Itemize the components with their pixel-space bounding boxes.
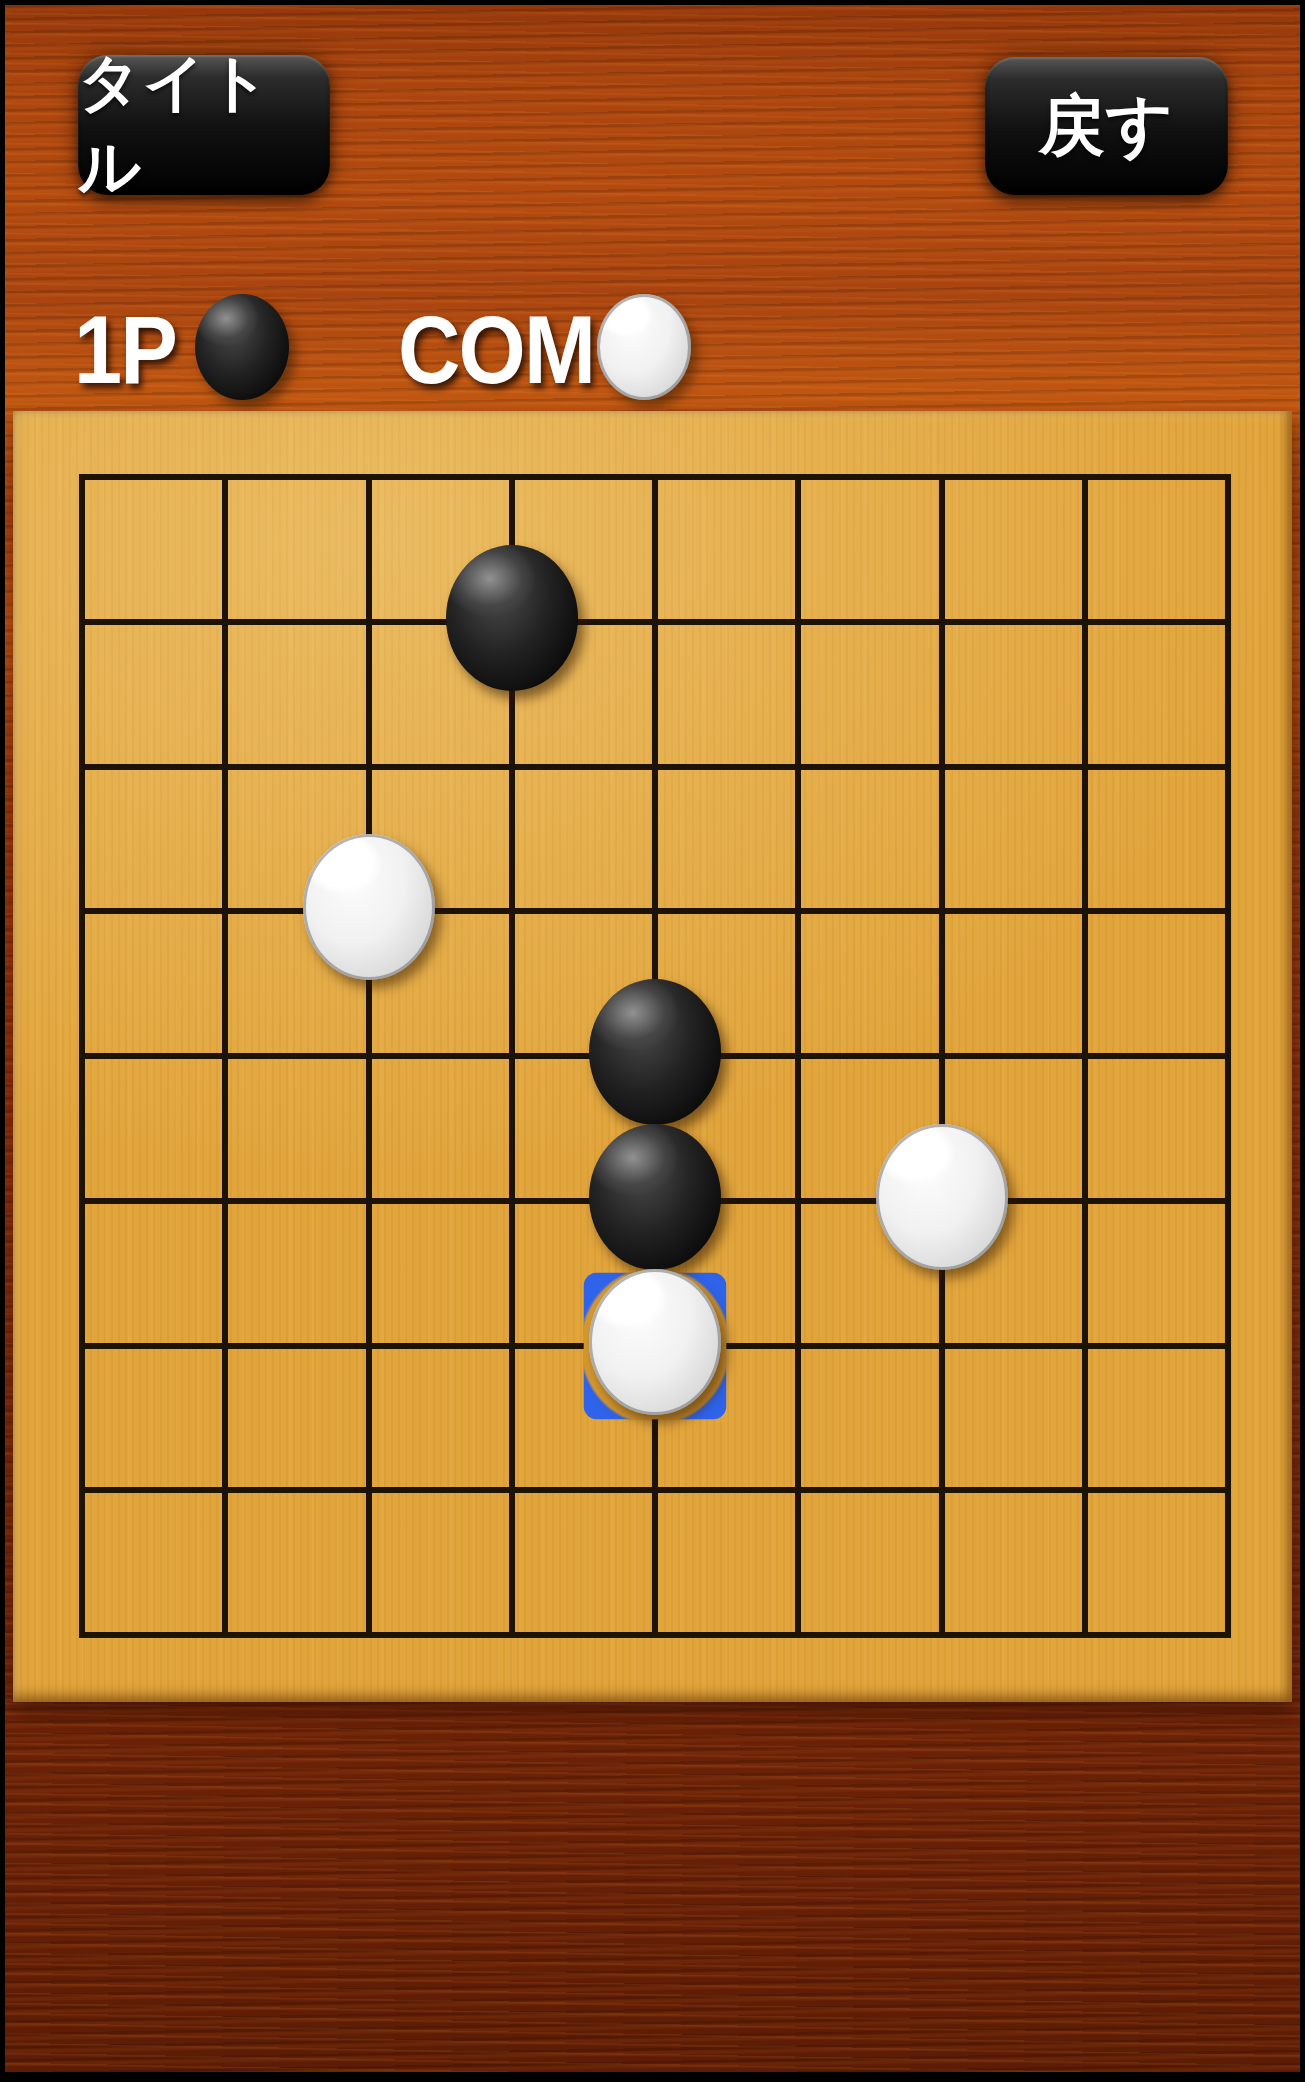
white-stone — [589, 1269, 721, 1415]
player1-black-stone-icon — [195, 294, 289, 400]
undo-button-label: 戻す — [1039, 81, 1175, 171]
grid-line-vertical — [1082, 474, 1088, 1638]
undo-button[interactable]: 戻す — [985, 57, 1228, 195]
white-stone — [876, 1124, 1008, 1270]
white-stone — [303, 834, 435, 980]
player1-label: 1P — [74, 300, 176, 400]
grid-line-vertical — [795, 474, 801, 1638]
black-stone — [446, 545, 578, 691]
grid-line-horizontal — [79, 1632, 1231, 1638]
black-stone — [589, 979, 721, 1125]
app-screen: タイトル 戻す 1P COM — [0, 0, 1305, 2082]
computer-white-stone-icon — [597, 294, 691, 400]
grid-line-horizontal — [79, 1487, 1231, 1493]
grid-line-vertical — [939, 474, 945, 1638]
title-button[interactable]: タイトル — [78, 55, 330, 195]
goban-grid[interactable] — [82, 477, 1228, 1635]
computer-label: COM — [398, 300, 594, 400]
grid-line-vertical — [1225, 474, 1231, 1638]
title-button-label: タイトル — [78, 41, 330, 209]
goban-board[interactable] — [13, 411, 1292, 1702]
black-stone — [589, 1124, 721, 1270]
